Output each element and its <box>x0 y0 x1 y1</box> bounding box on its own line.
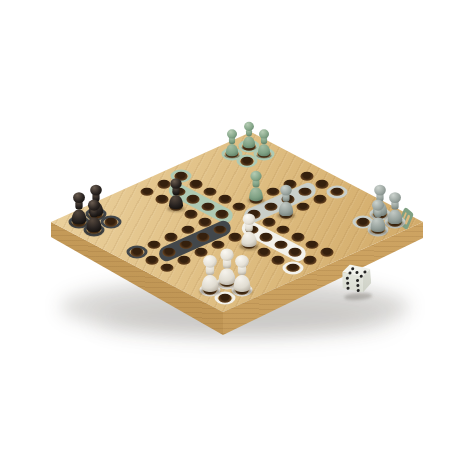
pawn-green[interactable] <box>256 129 271 157</box>
board-hole <box>316 180 329 189</box>
board-hole <box>182 225 195 234</box>
die-pip <box>348 271 352 274</box>
pawn-head <box>204 255 218 268</box>
board-hole <box>204 187 217 196</box>
board-hole <box>265 203 278 212</box>
board-hole <box>199 218 212 227</box>
board-hole <box>313 195 326 204</box>
board-hole <box>262 218 275 227</box>
board-hole <box>287 263 300 272</box>
pawn-body <box>249 187 263 201</box>
pawn-body <box>371 217 386 232</box>
pawn-head <box>251 171 262 181</box>
board-hole <box>219 294 232 303</box>
die-pip <box>363 270 367 273</box>
board-hole <box>177 256 190 265</box>
pawn-black[interactable] <box>167 178 185 210</box>
board-hole <box>321 248 334 257</box>
pawn-green[interactable] <box>241 122 256 149</box>
pawn-head <box>73 192 85 203</box>
pawn-head <box>243 213 255 225</box>
pawn-head <box>170 178 181 189</box>
board-hole <box>218 195 231 204</box>
pawn-body <box>234 275 251 292</box>
pawn-white[interactable] <box>200 255 221 293</box>
board-hole <box>257 248 270 257</box>
board-hole <box>165 233 178 242</box>
pawn-head <box>244 122 254 131</box>
board-hole <box>184 210 197 219</box>
board-hole <box>240 157 253 166</box>
die-pip <box>356 283 360 286</box>
pawn-head <box>372 199 384 210</box>
board-hole <box>330 187 343 196</box>
pawn-body <box>388 209 403 224</box>
pawn-head <box>88 199 100 210</box>
pawn-head <box>90 185 102 196</box>
pawn-gray[interactable] <box>369 199 388 232</box>
board-hole <box>291 233 304 242</box>
pawn-body <box>243 136 255 148</box>
board-hole <box>296 203 309 212</box>
board-hole <box>304 256 317 265</box>
board-hole <box>148 241 161 250</box>
pawn-head <box>389 192 401 203</box>
board-hole <box>201 203 214 212</box>
product-photo-scene <box>0 0 470 470</box>
die[interactable] <box>340 262 374 298</box>
pawn-body <box>169 195 183 209</box>
die-pip <box>356 288 360 291</box>
board-hole <box>104 218 117 227</box>
board-hole <box>289 248 302 257</box>
pawn-green[interactable] <box>248 171 265 202</box>
pawn-body <box>241 231 256 246</box>
pawn-head <box>227 129 237 138</box>
board-hole <box>214 225 227 234</box>
board-hole <box>155 195 168 204</box>
pawn-white[interactable] <box>231 255 252 293</box>
pawn-body <box>278 202 292 216</box>
die-pip <box>355 270 359 273</box>
pawn-body <box>257 144 269 156</box>
pawn-head <box>375 185 387 196</box>
board-hole <box>299 187 312 196</box>
pawn-green[interactable] <box>224 129 239 157</box>
board-hole <box>277 225 290 234</box>
board-hole <box>216 210 229 219</box>
pawn-body <box>202 275 219 292</box>
board-hole <box>301 172 314 181</box>
board-hole <box>274 241 287 250</box>
board-hole <box>189 180 202 189</box>
board-hole <box>141 187 154 196</box>
pawn-body <box>86 217 101 232</box>
pawn-body <box>226 144 238 156</box>
pawn-gray[interactable] <box>386 192 404 225</box>
board-hole <box>272 256 285 265</box>
board-hole <box>146 256 159 265</box>
die-pip <box>355 278 359 281</box>
board-hole <box>197 233 210 242</box>
board-hole <box>233 203 246 212</box>
pawn-head <box>280 185 292 196</box>
die-pip <box>351 267 355 270</box>
pawn-white[interactable] <box>240 213 259 248</box>
board-hole <box>187 195 200 204</box>
pawn-black[interactable] <box>84 199 103 232</box>
board-hole <box>163 248 176 257</box>
pawn-head <box>235 255 249 268</box>
board-hole <box>260 233 273 242</box>
board-hole <box>131 248 144 257</box>
board-hole <box>180 241 193 250</box>
board-hole <box>306 241 319 250</box>
pawn-gray[interactable] <box>277 185 295 217</box>
pawn-head <box>259 129 269 138</box>
board-hole <box>160 263 173 272</box>
